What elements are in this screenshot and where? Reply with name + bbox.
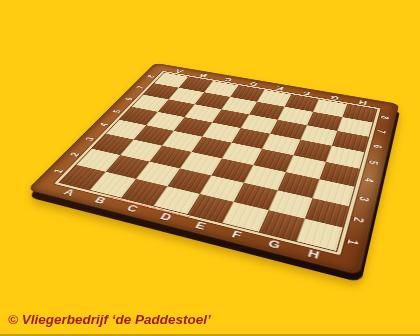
- coord-bottom-h: H: [306, 248, 320, 262]
- coord-top-f: F: [302, 90, 311, 96]
- coord-right-2: 2: [351, 216, 366, 223]
- coord-top-h: H: [358, 99, 368, 106]
- coord-right-8: 8: [379, 115, 391, 120]
- coord-right-7: 7: [375, 129, 388, 134]
- coord-bottom-g: G: [266, 238, 281, 251]
- coord-bottom-e: E: [193, 220, 207, 232]
- coord-top-e: E: [275, 85, 285, 91]
- coord-left-7: 7: [135, 85, 146, 89]
- coord-left-3: 3: [83, 136, 96, 141]
- coord-bottom-f: F: [230, 229, 243, 241]
- coord-top-d: D: [249, 81, 259, 87]
- coord-right-3: 3: [357, 196, 372, 203]
- coord-top-a: A: [174, 68, 185, 74]
- board-squares: [60, 73, 377, 251]
- coord-left-2: 2: [68, 152, 82, 157]
- screenshot-background: AABBCCDDEEFFGGHH1122334455667788 © Vlieg…: [0, 0, 420, 336]
- coord-left-8: 8: [146, 75, 157, 79]
- coord-bottom-c: C: [124, 203, 140, 214]
- coord-right-5: 5: [367, 160, 381, 166]
- coord-bottom-a: A: [61, 187, 77, 197]
- chess-board: AABBCCDDEEFFGGHH1122334455667788 © Vlieg…: [0, 0, 420, 336]
- coord-right-6: 6: [371, 144, 384, 149]
- coord-bottom-d: D: [158, 211, 173, 223]
- caption-text: © Vliegerbedrijf ‘de Paddestoel’: [8, 312, 211, 327]
- coord-left-4: 4: [98, 122, 111, 127]
- coord-left-1: 1: [51, 168, 65, 174]
- coord-right-1: 1: [345, 238, 361, 246]
- coord-left-6: 6: [123, 97, 135, 101]
- coord-left-5: 5: [111, 109, 123, 113]
- coord-right-4: 4: [362, 177, 376, 183]
- coord-top-g: G: [329, 94, 339, 101]
- coord-bottom-b: B: [92, 195, 108, 206]
- coord-top-b: B: [198, 72, 208, 78]
- coord-top-c: C: [223, 77, 233, 83]
